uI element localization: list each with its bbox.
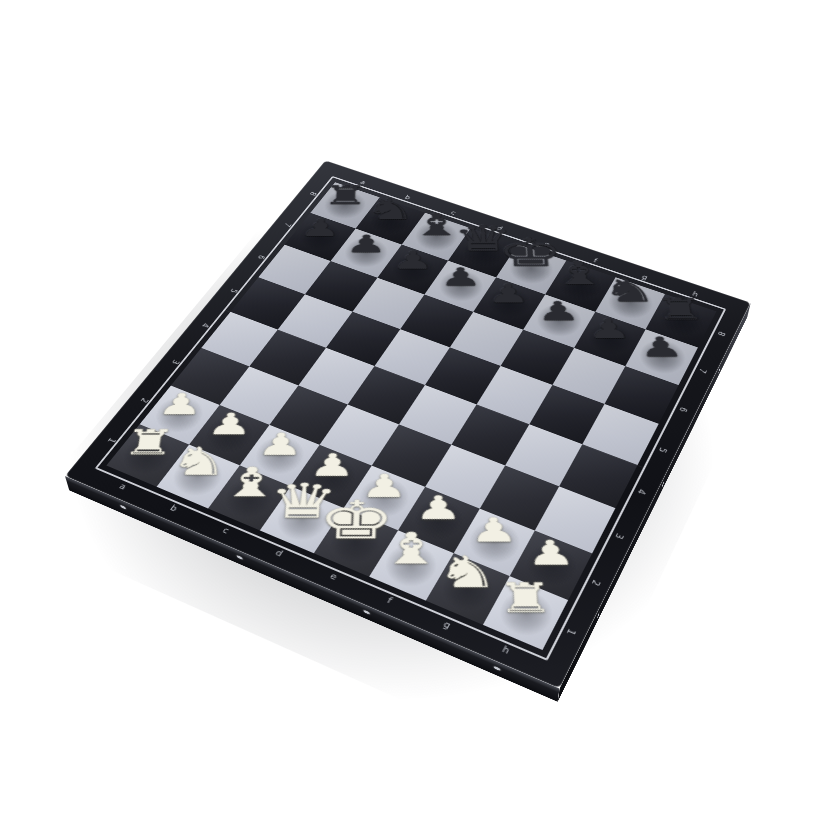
square-g2 [453,508,535,576]
file-label-d-near: d [274,548,284,558]
scene: aa88bb77cc66dd55ee44ff33gg22hh11 ♜♞♝♛♚♝♞… [0,0,819,819]
square-c2 [239,424,320,486]
square-d1 [260,487,344,554]
rank-label-3-right: 3 [613,532,624,540]
rim-dot-right-2 [597,612,599,619]
square-d3 [320,404,399,465]
rank-label-7-right: 7 [696,367,706,374]
rank-label-7-left: 7 [282,222,292,228]
square-g5 [529,385,605,444]
square-h2 [510,530,592,600]
square-g3 [480,465,560,530]
square-f2 [398,486,480,553]
rim-dot-front-0 [120,505,126,510]
square-f1 [369,530,453,600]
chess-board: aa88bb77cc66dd55ee44ff33gg22hh11 ♜♞♝♛♚♝♞… [65,160,751,688]
square-h1 [483,576,568,650]
rim-dot-front-2 [364,610,370,615]
piece-black-bishop-f8[interactable]: ♝ [551,258,608,290]
rim-dot-front-1 [236,555,242,560]
rim-dot-right-0 [718,367,720,374]
rank-label-6-left: 6 [256,254,266,260]
square-b1 [156,445,239,509]
square-e1 [314,508,398,576]
piece-black-rook-a8[interactable]: ♜ [322,183,369,209]
square-h5 [583,404,659,465]
file-label-b-near: b [169,504,179,513]
file-label-e-near: e [329,572,339,582]
piece-black-pawn-g7[interactable]: ♟ [586,316,632,343]
square-c1 [208,465,291,530]
piece-black-pawn-f7[interactable]: ♟ [536,298,581,324]
rank-label-8-right: 8 [715,330,725,336]
rank-label-1-left: 1 [105,436,116,443]
square-g1 [425,553,510,625]
piece-black-pawn-b7[interactable]: ♟ [345,232,387,256]
piece-black-pawn-d7[interactable]: ♟ [439,265,482,290]
rim-dot-front-3 [494,666,500,671]
file-label-h-near: h [501,645,511,656]
rank-label-4-right: 4 [635,488,646,496]
piece-black-pawn-e7[interactable]: ♟ [487,281,531,307]
rank-label-3-left: 3 [169,358,180,365]
square-e2 [344,465,426,530]
piece-black-pawn-a7[interactable]: ♟ [300,216,342,240]
rank-label-6-right: 6 [677,405,688,412]
square-h4 [559,444,637,508]
rank-label-5-left: 5 [228,287,238,293]
file-label-f-near: f [386,596,394,605]
square-e3 [372,424,451,486]
rim-dot-right-1 [662,481,664,488]
square-e4 [399,385,476,444]
rank-label-2-right: 2 [589,578,601,587]
file-label-a-near: a [118,482,128,491]
piece-black-pawn-c7[interactable]: ♟ [392,248,434,273]
rank-label-1-right: 1 [564,627,576,636]
rank-label-2-left: 2 [138,396,149,403]
rank-label-8-left: 8 [307,191,316,196]
piece-black-knight-b8[interactable]: ♞ [365,195,416,224]
square-d2 [291,445,372,509]
square-f3 [425,444,505,508]
file-label-c-near: c [221,526,231,535]
square-g4 [505,424,583,486]
product-photo: aa88bb77cc66dd55ee44ff33gg22hh11 ♜♞♝♛♚♝♞… [0,0,819,819]
piece-black-knight-g8[interactable]: ♞ [600,275,657,307]
rank-label-5-right: 5 [656,446,667,453]
piece-black-rook-h8[interactable]: ♜ [653,295,706,325]
file-label-g-near: g [442,620,452,630]
piece-black-pawn-h7[interactable]: ♟ [637,334,685,361]
square-h3 [535,486,615,553]
square-f4 [451,404,529,465]
square-c3 [269,385,348,444]
rank-label-4-left: 4 [199,322,209,328]
square-a1 [106,424,188,486]
